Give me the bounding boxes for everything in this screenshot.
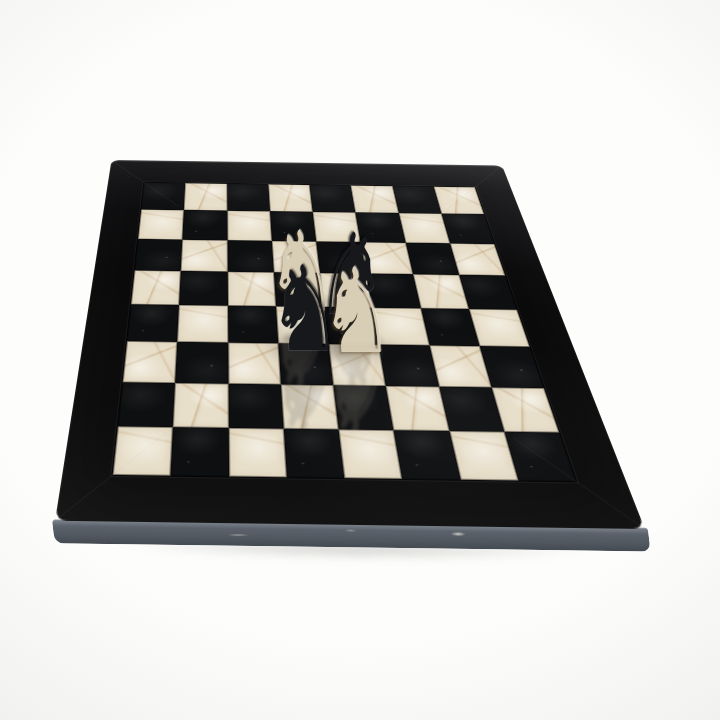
pieces-layer: ♞♞♞♞♞♞♞♞: [0, 0, 720, 720]
white-knight-glyph: ♞: [320, 252, 394, 370]
photo-backdrop: { "game": "Chess", "scene": "Angled over…: [0, 0, 720, 720]
white-knight-piece[interactable]: ♞♞: [320, 252, 394, 370]
